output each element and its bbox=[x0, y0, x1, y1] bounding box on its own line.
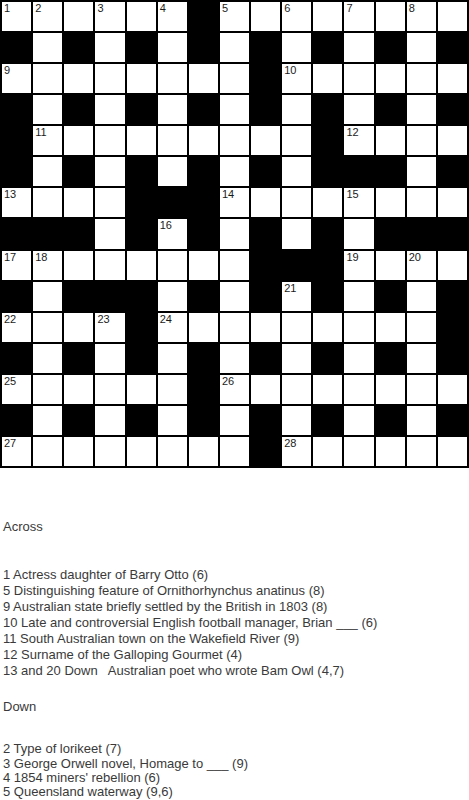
black-cell bbox=[251, 251, 280, 280]
black-cell bbox=[376, 406, 405, 435]
black-cell bbox=[376, 344, 405, 373]
across-clue-list: 1 Actress daughter of Barry Otto (6)5 Di… bbox=[3, 567, 377, 679]
black-cell bbox=[251, 33, 280, 62]
grid-cell[interactable] bbox=[344, 437, 373, 466]
grid-cell[interactable]: 10 bbox=[282, 64, 311, 93]
black-cell bbox=[251, 437, 280, 466]
grid-cell[interactable] bbox=[313, 188, 342, 217]
grid-cell[interactable]: 13 bbox=[2, 188, 31, 217]
grid-cell[interactable] bbox=[220, 64, 249, 93]
grid-cell[interactable]: 8 bbox=[407, 2, 436, 31]
black-cell bbox=[2, 95, 31, 124]
black-cell bbox=[282, 251, 311, 280]
black-cell bbox=[2, 344, 31, 373]
grid-cell[interactable] bbox=[64, 64, 93, 93]
grid-cell[interactable] bbox=[95, 126, 124, 155]
grid-cell[interactable] bbox=[127, 375, 156, 404]
black-cell bbox=[251, 219, 280, 248]
grid-cell[interactable] bbox=[158, 406, 187, 435]
grid-cell[interactable] bbox=[127, 2, 156, 31]
grid-cell[interactable]: 16 bbox=[158, 219, 187, 248]
grid-cell[interactable] bbox=[64, 126, 93, 155]
black-cell bbox=[2, 282, 31, 311]
clue-number: 16 bbox=[160, 219, 172, 231]
grid-cell[interactable]: 26 bbox=[220, 375, 249, 404]
down-clue: 2 Type of lorikeet (7) bbox=[3, 742, 393, 756]
grid-cell[interactable] bbox=[407, 33, 436, 62]
grid-cell[interactable] bbox=[127, 437, 156, 466]
grid-cell[interactable]: 12 bbox=[344, 126, 373, 155]
clue-number: 27 bbox=[4, 437, 16, 449]
grid-cell[interactable] bbox=[344, 313, 373, 342]
black-cell bbox=[376, 33, 405, 62]
black-cell bbox=[95, 282, 124, 311]
black-cell bbox=[64, 33, 93, 62]
grid-cell[interactable] bbox=[158, 437, 187, 466]
black-cell bbox=[189, 157, 218, 186]
clue-number: 12 bbox=[346, 126, 358, 138]
clue-number: 28 bbox=[284, 437, 296, 449]
black-cell bbox=[376, 157, 405, 186]
grid-cell[interactable] bbox=[64, 313, 93, 342]
clue-number: 7 bbox=[346, 2, 352, 14]
grid-cell[interactable]: 17 bbox=[2, 251, 31, 280]
grid-cell[interactable]: 28 bbox=[282, 437, 311, 466]
black-cell bbox=[251, 344, 280, 373]
clue-number: 25 bbox=[4, 375, 16, 387]
across-heading: Across bbox=[3, 519, 377, 535]
grid-cell[interactable]: 1 bbox=[2, 2, 31, 31]
black-cell bbox=[127, 157, 156, 186]
grid-cell[interactable] bbox=[438, 251, 467, 280]
grid-cell[interactable] bbox=[33, 33, 62, 62]
grid-cell[interactable] bbox=[438, 437, 467, 466]
grid-cell[interactable] bbox=[33, 313, 62, 342]
grid-cell[interactable] bbox=[189, 64, 218, 93]
black-cell bbox=[189, 219, 218, 248]
grid-cell[interactable] bbox=[33, 282, 62, 311]
black-cell bbox=[313, 95, 342, 124]
grid-cell[interactable] bbox=[282, 126, 311, 155]
grid-cell[interactable] bbox=[407, 406, 436, 435]
grid-cell[interactable] bbox=[33, 157, 62, 186]
clue-number: 26 bbox=[222, 375, 234, 387]
black-cell bbox=[127, 313, 156, 342]
grid-cell[interactable] bbox=[376, 437, 405, 466]
grid-cell[interactable] bbox=[127, 251, 156, 280]
black-cell bbox=[189, 2, 218, 31]
grid-cell[interactable] bbox=[313, 64, 342, 93]
grid-cell[interactable] bbox=[282, 95, 311, 124]
grid-cell[interactable] bbox=[251, 126, 280, 155]
grid-cell[interactable] bbox=[407, 375, 436, 404]
clue-number: 1 bbox=[4, 2, 10, 14]
grid-cell[interactable]: 5 bbox=[220, 2, 249, 31]
grid-cell[interactable] bbox=[33, 437, 62, 466]
grid-cell[interactable] bbox=[64, 437, 93, 466]
black-cell bbox=[189, 375, 218, 404]
grid-cell[interactable]: 19 bbox=[344, 251, 373, 280]
grid-cell[interactable] bbox=[158, 126, 187, 155]
grid-cell[interactable] bbox=[344, 64, 373, 93]
grid-cell[interactable] bbox=[407, 64, 436, 93]
clue-number: 4 bbox=[160, 2, 166, 14]
black-cell bbox=[376, 95, 405, 124]
grid-cell[interactable] bbox=[282, 406, 311, 435]
black-cell bbox=[127, 188, 156, 217]
clue-number: 10 bbox=[284, 64, 296, 76]
grid-cell[interactable]: 24 bbox=[158, 313, 187, 342]
clue-number: 3 bbox=[97, 2, 103, 14]
black-cell bbox=[313, 251, 342, 280]
black-cell bbox=[189, 282, 218, 311]
across-clue: 5 Distinguishing feature of Ornithorhync… bbox=[3, 583, 377, 599]
grid-cell[interactable] bbox=[95, 64, 124, 93]
grid-cell[interactable] bbox=[220, 282, 249, 311]
black-cell bbox=[251, 64, 280, 93]
black-cell bbox=[438, 33, 467, 62]
crossword-grid: 1234567891011121314151617181920212223242… bbox=[0, 0, 469, 468]
grid-cell[interactable]: 7 bbox=[344, 2, 373, 31]
clue-number: 14 bbox=[222, 188, 234, 200]
grid-cell[interactable] bbox=[220, 313, 249, 342]
black-cell bbox=[127, 33, 156, 62]
black-cell bbox=[251, 95, 280, 124]
grid-cell[interactable] bbox=[95, 219, 124, 248]
grid-cell[interactable]: 14 bbox=[220, 188, 249, 217]
grid-cell[interactable] bbox=[376, 251, 405, 280]
black-cell bbox=[64, 282, 93, 311]
black-cell bbox=[251, 406, 280, 435]
grid-cell[interactable] bbox=[220, 344, 249, 373]
grid-cell[interactable] bbox=[438, 188, 467, 217]
grid-cell[interactable] bbox=[344, 282, 373, 311]
grid-cell[interactable] bbox=[251, 313, 280, 342]
black-cell bbox=[64, 219, 93, 248]
grid-cell[interactable] bbox=[220, 157, 249, 186]
grid-cell[interactable]: 18 bbox=[33, 251, 62, 280]
black-cell bbox=[127, 344, 156, 373]
grid-cell[interactable] bbox=[407, 313, 436, 342]
black-cell bbox=[2, 219, 31, 248]
grid-cell[interactable] bbox=[158, 95, 187, 124]
grid-cell[interactable] bbox=[189, 313, 218, 342]
grid-cell[interactable] bbox=[127, 126, 156, 155]
grid-cell[interactable] bbox=[64, 188, 93, 217]
black-cell bbox=[189, 188, 218, 217]
grid-cell[interactable] bbox=[95, 406, 124, 435]
clue-number: 2 bbox=[35, 2, 41, 14]
grid-cell[interactable]: 9 bbox=[2, 64, 31, 93]
down-clue: 3 George Orwell novel, Homage to ___ (9) bbox=[3, 757, 393, 771]
across-clue: 12 Surname of the Galloping Gourmet (4) bbox=[3, 647, 377, 663]
clue-number: 18 bbox=[35, 251, 47, 263]
grid-cell[interactable] bbox=[33, 375, 62, 404]
grid-cell[interactable]: 11 bbox=[33, 126, 62, 155]
black-cell bbox=[344, 157, 373, 186]
grid-cell[interactable] bbox=[282, 219, 311, 248]
grid-cell[interactable] bbox=[376, 2, 405, 31]
black-cell bbox=[2, 126, 31, 155]
grid-cell[interactable] bbox=[33, 95, 62, 124]
down-clues-section: Down 2 Type of lorikeet (7)3 George Orwe… bbox=[3, 671, 393, 800]
grid-cell[interactable] bbox=[407, 188, 436, 217]
black-cell bbox=[407, 219, 436, 248]
black-cell bbox=[438, 157, 467, 186]
grid-cell[interactable] bbox=[95, 188, 124, 217]
black-cell bbox=[313, 219, 342, 248]
black-cell bbox=[2, 33, 31, 62]
grid-cell[interactable] bbox=[220, 251, 249, 280]
down-clue: 5 Queensland waterway (9,6) bbox=[3, 785, 393, 799]
grid-cell[interactable]: 21 bbox=[282, 282, 311, 311]
grid-cell[interactable] bbox=[64, 2, 93, 31]
black-cell bbox=[251, 282, 280, 311]
black-cell bbox=[313, 282, 342, 311]
grid-cell[interactable] bbox=[313, 313, 342, 342]
black-cell bbox=[438, 313, 467, 342]
grid-cell[interactable] bbox=[95, 157, 124, 186]
black-cell bbox=[2, 406, 31, 435]
grid-cell[interactable] bbox=[95, 251, 124, 280]
black-cell bbox=[438, 282, 467, 311]
grid-cell[interactable] bbox=[313, 375, 342, 404]
black-cell bbox=[438, 406, 467, 435]
across-clue: 10 Late and controversial English footba… bbox=[3, 615, 377, 631]
grid-cell[interactable] bbox=[251, 188, 280, 217]
black-cell bbox=[64, 344, 93, 373]
grid-cell[interactable] bbox=[407, 344, 436, 373]
grid-cell[interactable] bbox=[95, 437, 124, 466]
grid-cell[interactable] bbox=[220, 33, 249, 62]
grid-cell[interactable] bbox=[344, 375, 373, 404]
clue-number: 19 bbox=[346, 251, 358, 263]
grid-cell[interactable] bbox=[251, 375, 280, 404]
clue-number: 17 bbox=[4, 251, 16, 263]
grid-cell[interactable]: 22 bbox=[2, 313, 31, 342]
black-cell bbox=[189, 406, 218, 435]
grid-cell[interactable] bbox=[33, 406, 62, 435]
grid-cell[interactable]: 27 bbox=[2, 437, 31, 466]
grid-cell[interactable] bbox=[220, 437, 249, 466]
grid-cell[interactable] bbox=[95, 344, 124, 373]
grid-cell[interactable] bbox=[95, 33, 124, 62]
black-cell bbox=[189, 344, 218, 373]
clue-number: 15 bbox=[346, 188, 358, 200]
black-cell bbox=[127, 406, 156, 435]
black-cell bbox=[376, 282, 405, 311]
black-cell bbox=[2, 157, 31, 186]
clue-number: 8 bbox=[409, 2, 415, 14]
clue-number: 21 bbox=[284, 282, 296, 294]
clue-number: 24 bbox=[160, 313, 172, 325]
grid-cell[interactable] bbox=[376, 375, 405, 404]
grid-cell[interactable] bbox=[33, 64, 62, 93]
grid-cell[interactable]: 25 bbox=[2, 375, 31, 404]
grid-cell[interactable] bbox=[313, 2, 342, 31]
clue-number: 5 bbox=[222, 2, 228, 14]
clue-number: 11 bbox=[35, 126, 46, 138]
black-cell bbox=[127, 219, 156, 248]
grid-cell[interactable] bbox=[376, 313, 405, 342]
grid-cell[interactable] bbox=[407, 157, 436, 186]
grid-cell[interactable] bbox=[64, 251, 93, 280]
grid-cell[interactable] bbox=[282, 33, 311, 62]
grid-cell[interactable] bbox=[438, 2, 467, 31]
black-cell bbox=[438, 219, 467, 248]
across-clue: 11 South Australian town on the Wakefiel… bbox=[3, 631, 377, 647]
down-clue-list: 2 Type of lorikeet (7)3 George Orwell no… bbox=[3, 742, 393, 800]
black-cell bbox=[251, 157, 280, 186]
clue-number: 6 bbox=[284, 2, 290, 14]
down-heading: Down bbox=[3, 700, 393, 714]
black-cell bbox=[189, 33, 218, 62]
black-cell bbox=[189, 95, 218, 124]
black-cell bbox=[438, 95, 467, 124]
black-cell bbox=[64, 157, 93, 186]
black-cell bbox=[33, 219, 62, 248]
grid-cell[interactable]: 2 bbox=[33, 2, 62, 31]
grid-cell[interactable] bbox=[376, 64, 405, 93]
across-clue: 1 Actress daughter of Barry Otto (6) bbox=[3, 567, 377, 583]
grid-cell[interactable] bbox=[33, 344, 62, 373]
grid-cell[interactable] bbox=[282, 313, 311, 342]
grid-cell[interactable] bbox=[158, 33, 187, 62]
clue-number: 23 bbox=[97, 313, 109, 325]
grid-cell[interactable] bbox=[64, 375, 93, 404]
black-cell bbox=[313, 344, 342, 373]
grid-cell[interactable] bbox=[220, 126, 249, 155]
grid-cell[interactable] bbox=[344, 33, 373, 62]
crossword-page: 1234567891011121314151617181920212223242… bbox=[0, 0, 469, 800]
grid-cell[interactable] bbox=[407, 95, 436, 124]
grid-cell[interactable] bbox=[127, 64, 156, 93]
grid-cell[interactable] bbox=[438, 126, 467, 155]
grid-cell[interactable]: 6 bbox=[282, 2, 311, 31]
grid-cell[interactable] bbox=[158, 282, 187, 311]
grid-cell[interactable]: 23 bbox=[95, 313, 124, 342]
clue-number: 13 bbox=[4, 188, 16, 200]
black-cell bbox=[313, 126, 342, 155]
black-cell bbox=[313, 406, 342, 435]
grid-cell[interactable] bbox=[344, 95, 373, 124]
grid-cell[interactable] bbox=[438, 64, 467, 93]
grid-cell[interactable]: 15 bbox=[344, 188, 373, 217]
grid-cell[interactable] bbox=[158, 344, 187, 373]
black-cell bbox=[127, 282, 156, 311]
grid-cell[interactable] bbox=[313, 437, 342, 466]
grid-cell[interactable] bbox=[220, 219, 249, 248]
grid-cell[interactable] bbox=[438, 375, 467, 404]
grid-cell[interactable] bbox=[282, 157, 311, 186]
grid-cell[interactable]: 20 bbox=[407, 251, 436, 280]
clue-number: 22 bbox=[4, 313, 16, 325]
grid-cell[interactable] bbox=[189, 437, 218, 466]
grid-cell[interactable]: 4 bbox=[158, 2, 187, 31]
grid-cell[interactable] bbox=[158, 251, 187, 280]
grid-cell[interactable] bbox=[220, 406, 249, 435]
clue-number: 20 bbox=[409, 251, 421, 263]
grid-cell[interactable] bbox=[95, 95, 124, 124]
black-cell bbox=[438, 344, 467, 373]
grid-cell[interactable] bbox=[220, 95, 249, 124]
grid-cell[interactable] bbox=[95, 375, 124, 404]
grid-cell[interactable] bbox=[282, 344, 311, 373]
black-cell bbox=[376, 219, 405, 248]
grid-cell[interactable] bbox=[282, 375, 311, 404]
grid-cell[interactable] bbox=[282, 188, 311, 217]
grid-cell[interactable] bbox=[344, 344, 373, 373]
clue-number: 9 bbox=[4, 64, 10, 76]
grid-cell[interactable] bbox=[376, 126, 405, 155]
black-cell bbox=[127, 95, 156, 124]
grid-cell[interactable]: 3 bbox=[95, 2, 124, 31]
black-cell bbox=[313, 33, 342, 62]
grid-cell[interactable] bbox=[376, 188, 405, 217]
black-cell bbox=[64, 95, 93, 124]
black-cell bbox=[64, 406, 93, 435]
grid-cell[interactable] bbox=[158, 157, 187, 186]
grid-cell[interactable] bbox=[344, 219, 373, 248]
grid-cell[interactable] bbox=[407, 437, 436, 466]
down-clue: 4 1854 miners' rebellion (6) bbox=[3, 771, 393, 785]
grid-cell[interactable] bbox=[33, 188, 62, 217]
across-clue: 9 Australian state briefly settled by th… bbox=[3, 599, 377, 615]
grid-cell[interactable] bbox=[158, 375, 187, 404]
grid-cell[interactable] bbox=[189, 251, 218, 280]
black-cell bbox=[313, 157, 342, 186]
grid-cell[interactable] bbox=[158, 64, 187, 93]
grid-cell[interactable] bbox=[251, 2, 280, 31]
black-cell bbox=[158, 188, 187, 217]
grid-cell[interactable] bbox=[407, 282, 436, 311]
grid-cell[interactable] bbox=[189, 126, 218, 155]
grid-cell[interactable] bbox=[407, 126, 436, 155]
grid-cell[interactable] bbox=[344, 406, 373, 435]
